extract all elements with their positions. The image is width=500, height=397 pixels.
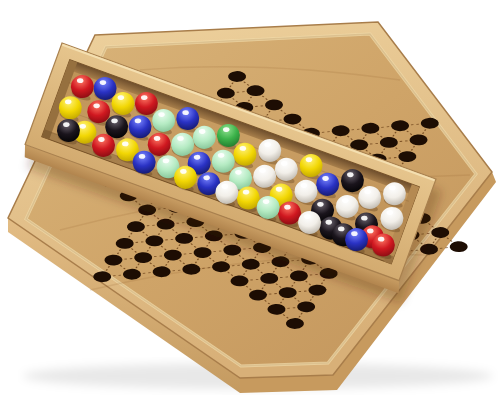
board-hole: [449, 241, 469, 253]
product-photo-chinese-checkers: [0, 0, 500, 397]
scene-svg: [0, 0, 500, 397]
